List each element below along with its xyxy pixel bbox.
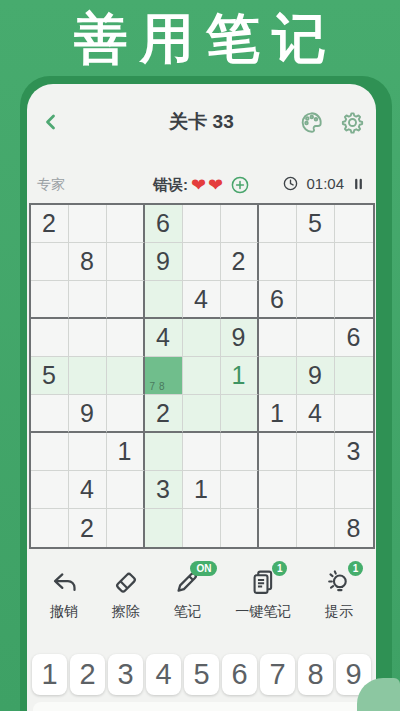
cell-r2c7[interactable]	[259, 243, 297, 281]
numpad-4[interactable]: 4	[146, 654, 181, 695]
cell-r4c6[interactable]: 9	[221, 319, 259, 357]
cell-r4c2[interactable]	[69, 319, 107, 357]
cell-r9c7[interactable]	[259, 509, 297, 547]
clock-icon	[282, 175, 299, 192]
cell-r8c8[interactable]	[297, 471, 335, 509]
numpad-1[interactable]: 1	[32, 654, 67, 695]
cell-r9c3[interactable]	[107, 509, 145, 547]
cell-r3c5[interactable]: 4	[183, 281, 221, 319]
cell-r5c1[interactable]: 5	[31, 357, 69, 395]
cell-r3c7[interactable]: 6	[259, 281, 297, 319]
cell-r1c3[interactable]	[107, 205, 145, 243]
cell-r9c6[interactable]	[221, 509, 259, 547]
numpad-3[interactable]: 3	[108, 654, 143, 695]
erase-button[interactable]: 擦除	[112, 564, 140, 630]
cell-r3c9[interactable]	[335, 281, 373, 319]
header: 关卡 33	[27, 102, 376, 142]
cell-r1c4[interactable]: 6	[145, 205, 183, 243]
cell-r8c1[interactable]	[31, 471, 69, 509]
cell-r1c5[interactable]	[183, 205, 221, 243]
cell-r7c7[interactable]	[259, 433, 297, 471]
cell-r8c4[interactable]: 3	[145, 471, 183, 509]
cell-r1c2[interactable]	[69, 205, 107, 243]
notes-label: 笔记	[173, 603, 201, 621]
hint-label: 提示	[325, 603, 353, 621]
cell-r7c9[interactable]: 3	[335, 433, 373, 471]
cell-r3c4[interactable]	[145, 281, 183, 319]
cell-r6c1[interactable]	[31, 395, 69, 433]
notes-button[interactable]: ON 笔记	[173, 564, 201, 630]
auto-notes-label: 一键笔记	[235, 603, 291, 621]
notes-on-badge: ON	[190, 561, 217, 576]
settings-button[interactable]	[338, 108, 366, 136]
cell-r6c6[interactable]	[221, 395, 259, 433]
cell-r8c3[interactable]	[107, 471, 145, 509]
cell-r6c9[interactable]	[335, 395, 373, 433]
cell-r5c6[interactable]: 1	[221, 357, 259, 395]
cell-r7c2[interactable]	[69, 433, 107, 471]
pause-button[interactable]	[351, 176, 366, 192]
numpad-7[interactable]: 7	[260, 654, 295, 695]
cell-r3c3[interactable]	[107, 281, 145, 319]
cell-r9c9[interactable]: 8	[335, 509, 373, 547]
cell-r5c4[interactable]: 78	[145, 357, 183, 395]
cell-r5c2[interactable]	[69, 357, 107, 395]
theme-button[interactable]	[297, 108, 325, 136]
cell-r4c9[interactable]: 6	[335, 319, 373, 357]
hint-button[interactable]: 1 提示	[325, 564, 353, 630]
undo-label: 撤销	[50, 603, 78, 621]
status-bar: 专家 错误: ❤❤ 01:04	[27, 174, 376, 198]
notes-doc-icon: 1	[249, 568, 277, 596]
gear-icon	[339, 109, 366, 136]
numpad-2[interactable]: 2	[70, 654, 105, 695]
cell-r5c3[interactable]	[107, 357, 145, 395]
auto-notes-button[interactable]: 1 一键笔记	[235, 564, 291, 630]
numpad-6[interactable]: 6	[222, 654, 257, 695]
hearts: ❤❤	[191, 174, 223, 196]
cell-r1c8[interactable]: 5	[297, 205, 335, 243]
cell-r1c9[interactable]	[335, 205, 373, 243]
numpad: 123456789	[27, 654, 376, 695]
cell-r4c1[interactable]	[31, 319, 69, 357]
cell-r8c7[interactable]	[259, 471, 297, 509]
cell-r7c8[interactable]	[297, 433, 335, 471]
cell-r6c7[interactable]: 1	[259, 395, 297, 433]
game-card: 关卡 33 专家	[27, 84, 376, 711]
pencil-icon: ON	[173, 568, 201, 596]
cell-r3c2[interactable]	[69, 281, 107, 319]
banner-title: 善用笔记	[0, 0, 400, 76]
cell-r9c2[interactable]: 2	[69, 509, 107, 547]
cell-r7c4[interactable]	[145, 433, 183, 471]
cell-r2c3[interactable]	[107, 243, 145, 281]
cell-r2c2[interactable]: 8	[69, 243, 107, 281]
cell-r1c1[interactable]: 2	[31, 205, 69, 243]
erase-label: 擦除	[112, 603, 140, 621]
pencil-notes: 78	[150, 381, 169, 392]
heart-icon: ❤	[191, 174, 206, 196]
cell-r7c3[interactable]: 1	[107, 433, 145, 471]
palette-icon	[298, 109, 325, 136]
cell-r4c3[interactable]	[107, 319, 145, 357]
cell-r3c8[interactable]	[297, 281, 335, 319]
cell-r9c1[interactable]	[31, 509, 69, 547]
undo-button[interactable]: 撤销	[50, 564, 78, 630]
cell-r6c3[interactable]	[107, 395, 145, 433]
cell-r3c6[interactable]	[221, 281, 259, 319]
cell-r6c4[interactable]: 2	[145, 395, 183, 433]
timer-value: 01:04	[306, 175, 344, 192]
cell-r4c8[interactable]	[297, 319, 335, 357]
auto-notes-badge: 1	[272, 561, 287, 576]
eraser-icon	[112, 568, 140, 596]
errors-label: 错误:	[153, 176, 188, 195]
cell-r7c6[interactable]	[221, 433, 259, 471]
cell-r2c8[interactable]	[297, 243, 335, 281]
cell-r5c9[interactable]	[335, 357, 373, 395]
cell-r8c5[interactable]: 1	[183, 471, 221, 509]
heart-icon: ❤	[208, 174, 223, 196]
cell-r6c5[interactable]	[183, 395, 221, 433]
numpad-5[interactable]: 5	[184, 654, 219, 695]
cell-r1c7[interactable]	[259, 205, 297, 243]
cell-r1c6[interactable]	[221, 205, 259, 243]
bottom-sheet-edge	[33, 702, 376, 711]
sudoku-grid: 265892464965781992141343128	[29, 203, 375, 549]
cell-r6c2[interactable]: 9	[69, 395, 107, 433]
cell-r3c1[interactable]	[31, 281, 69, 319]
bulb-icon: 1	[325, 568, 353, 596]
cell-r7c5[interactable]	[183, 433, 221, 471]
cell-r2c1[interactable]	[31, 243, 69, 281]
cell-r9c8[interactable]	[297, 509, 335, 547]
cell-r9c4[interactable]	[145, 509, 183, 547]
cell-r7c1[interactable]	[31, 433, 69, 471]
cell-r8c2[interactable]: 4	[69, 471, 107, 509]
cell-r5c5[interactable]	[183, 357, 221, 395]
cell-r4c4[interactable]: 4	[145, 319, 183, 357]
cell-r9c5[interactable]	[183, 509, 221, 547]
undo-icon	[50, 568, 78, 596]
cell-r6c8[interactable]: 4	[297, 395, 335, 433]
cell-r8c9[interactable]	[335, 471, 373, 509]
cell-r5c7[interactable]	[259, 357, 297, 395]
numpad-8[interactable]: 8	[298, 654, 333, 695]
cell-r2c4[interactable]: 9	[145, 243, 183, 281]
cell-r2c9[interactable]	[335, 243, 373, 281]
toolbar: 撤销 擦除 ON 笔记 1 一键笔记 1	[27, 564, 376, 630]
add-heart-button[interactable]	[230, 175, 250, 195]
cell-r4c7[interactable]	[259, 319, 297, 357]
cell-r5c8[interactable]: 9	[297, 357, 335, 395]
cell-r2c6[interactable]: 2	[221, 243, 259, 281]
cell-r4c5[interactable]	[183, 319, 221, 357]
cell-r2c5[interactable]	[183, 243, 221, 281]
cell-r8c6[interactable]	[221, 471, 259, 509]
hint-badge: 1	[348, 561, 363, 576]
